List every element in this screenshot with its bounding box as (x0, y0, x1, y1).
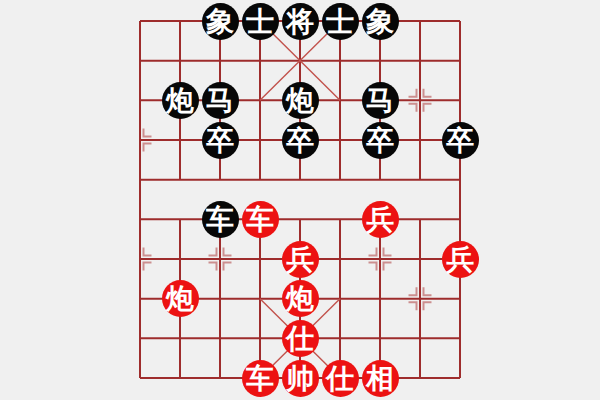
piece-glyph: 车 (206, 201, 234, 238)
piece-glyph: 马 (206, 82, 234, 119)
piece-black-chariot[interactable]: 车 (202, 201, 239, 238)
piece-glyph: 兵 (286, 241, 314, 278)
piece-black-soldier[interactable]: 卒 (282, 122, 319, 159)
piece-glyph: 象 (366, 3, 394, 40)
piece-black-advisor[interactable]: 士 (242, 3, 279, 40)
piece-red-advisor[interactable]: 仕 (322, 360, 359, 397)
piece-glyph: 炮 (166, 280, 194, 317)
piece-glyph: 仕 (326, 360, 354, 397)
piece-glyph: 车 (246, 201, 274, 238)
piece-red-soldier[interactable]: 兵 (282, 241, 319, 278)
piece-black-cannon[interactable]: 炮 (282, 82, 319, 119)
piece-glyph: 兵 (446, 241, 474, 278)
piece-glyph: 卒 (286, 122, 314, 159)
piece-black-elephant[interactable]: 象 (202, 3, 239, 40)
piece-glyph: 兵 (366, 201, 394, 238)
piece-glyph: 炮 (286, 280, 314, 317)
piece-red-cannon[interactable]: 炮 (282, 280, 319, 317)
piece-black-general[interactable]: 将 (282, 3, 319, 40)
piece-glyph: 帅 (286, 360, 314, 397)
piece-glyph: 马 (366, 82, 394, 119)
piece-glyph: 士 (326, 3, 354, 40)
piece-glyph: 士 (246, 3, 274, 40)
piece-black-horse[interactable]: 马 (202, 82, 239, 119)
piece-glyph: 仕 (286, 320, 314, 357)
xiangqi-board: 象士将士象炮马炮马卒卒卒卒车车兵兵兵炮炮仕车帅仕相 (0, 0, 600, 400)
piece-glyph: 象 (206, 3, 234, 40)
piece-glyph: 卒 (206, 122, 234, 159)
piece-glyph: 相 (366, 360, 394, 397)
piece-red-soldier[interactable]: 兵 (442, 241, 479, 278)
piece-red-chariot[interactable]: 车 (242, 201, 279, 238)
piece-glyph: 车 (246, 360, 274, 397)
piece-black-soldier[interactable]: 卒 (202, 122, 239, 159)
piece-red-chariot[interactable]: 车 (242, 360, 279, 397)
piece-glyph: 炮 (286, 82, 314, 119)
piece-black-cannon[interactable]: 炮 (162, 82, 199, 119)
piece-red-elephant[interactable]: 相 (362, 360, 399, 397)
piece-glyph: 将 (286, 3, 314, 40)
piece-glyph: 卒 (446, 122, 474, 159)
piece-red-cannon[interactable]: 炮 (162, 280, 199, 317)
piece-black-soldier[interactable]: 卒 (362, 122, 399, 159)
piece-black-elephant[interactable]: 象 (362, 3, 399, 40)
piece-red-general[interactable]: 帅 (282, 360, 319, 397)
pieces-layer: 象士将士象炮马炮马卒卒卒卒车车兵兵兵炮炮仕车帅仕相 (0, 0, 600, 400)
piece-glyph: 炮 (166, 82, 194, 119)
piece-black-horse[interactable]: 马 (362, 82, 399, 119)
piece-black-soldier[interactable]: 卒 (442, 122, 479, 159)
piece-red-soldier[interactable]: 兵 (362, 201, 399, 238)
piece-black-advisor[interactable]: 士 (322, 3, 359, 40)
piece-glyph: 卒 (366, 122, 394, 159)
piece-red-advisor[interactable]: 仕 (282, 320, 319, 357)
